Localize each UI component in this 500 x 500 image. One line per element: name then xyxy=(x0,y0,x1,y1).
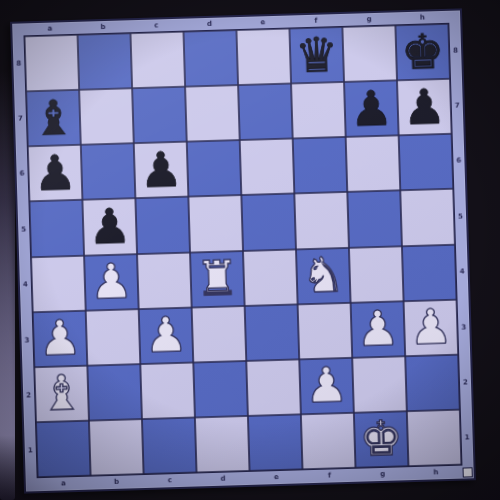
square-b7[interactable] xyxy=(79,88,134,145)
square-g3[interactable]: ♟ xyxy=(351,301,406,358)
rank-label-5: 5 xyxy=(454,189,467,245)
piece-white-rook[interactable]: ♜ xyxy=(195,253,239,302)
frame-corner xyxy=(449,10,460,22)
square-g1[interactable]: ♚ xyxy=(354,411,409,468)
square-a3[interactable]: ♟ xyxy=(33,310,88,367)
piece-white-bishop[interactable]: ♝ xyxy=(39,368,83,417)
piece-white-pawn[interactable]: ♟ xyxy=(304,360,348,409)
square-c6[interactable]: ♟ xyxy=(134,142,189,199)
square-e6[interactable] xyxy=(240,139,295,196)
rank-label-4: 4 xyxy=(456,244,469,300)
square-f1[interactable] xyxy=(301,413,356,470)
square-a5[interactable] xyxy=(29,200,84,257)
square-a6[interactable]: ♟ xyxy=(28,145,83,202)
file-label-g: g xyxy=(356,467,410,482)
square-g2[interactable] xyxy=(352,356,407,413)
square-g4[interactable] xyxy=(349,246,404,303)
square-g7[interactable]: ♟ xyxy=(344,80,399,137)
piece-white-pawn[interactable]: ♟ xyxy=(89,256,133,305)
square-f6[interactable] xyxy=(293,137,348,194)
square-e5[interactable] xyxy=(241,194,296,251)
square-d4[interactable]: ♜ xyxy=(190,251,245,308)
square-d6[interactable] xyxy=(187,140,242,197)
square-e1[interactable] xyxy=(248,414,303,471)
square-h2[interactable] xyxy=(405,354,460,411)
square-b4[interactable]: ♟ xyxy=(84,254,139,311)
square-c2[interactable] xyxy=(140,362,195,419)
square-d7[interactable] xyxy=(185,85,240,142)
square-c8[interactable] xyxy=(130,32,185,89)
square-g6[interactable] xyxy=(346,136,401,193)
piece-black-queen[interactable]: ♛ xyxy=(294,30,338,79)
square-f8[interactable]: ♛ xyxy=(289,27,344,84)
square-d2[interactable] xyxy=(193,361,248,418)
square-h4[interactable] xyxy=(402,244,457,301)
piece-white-king[interactable]: ♚ xyxy=(359,414,403,463)
square-f5[interactable] xyxy=(294,192,349,249)
square-b3[interactable] xyxy=(86,309,141,366)
square-b5[interactable]: ♟ xyxy=(82,199,137,256)
square-h3[interactable]: ♟ xyxy=(404,299,459,356)
rank-label-6: 6 xyxy=(453,133,466,189)
piece-black-king[interactable]: ♚ xyxy=(400,27,444,76)
chess-board: abcdefgh 87654321 ♛♚♝♟♟♟♟♟♟♜♞♟♟♟♟♝♟♚ 876… xyxy=(10,8,476,493)
side-to-move-indicator xyxy=(462,467,472,477)
file-label-a: a xyxy=(37,477,91,492)
square-c5[interactable] xyxy=(135,197,190,254)
file-label-c: c xyxy=(143,473,197,488)
rank-label-7: 7 xyxy=(451,78,464,134)
square-f2[interactable]: ♟ xyxy=(299,358,354,415)
square-b1[interactable] xyxy=(89,419,144,476)
board-frame: abcdefgh 87654321 ♛♚♝♟♟♟♟♟♟♜♞♟♟♟♟♝♟♚ 876… xyxy=(10,8,476,493)
square-a4[interactable] xyxy=(31,255,86,312)
square-b8[interactable] xyxy=(78,33,133,90)
file-label-f: f xyxy=(303,469,357,484)
board-squares: ♛♚♝♟♟♟♟♟♟♜♞♟♟♟♟♝♟♚ xyxy=(24,23,463,478)
square-f4[interactable]: ♞ xyxy=(296,247,351,304)
piece-white-knight[interactable]: ♞ xyxy=(301,250,345,299)
square-a8[interactable] xyxy=(25,35,80,92)
square-e7[interactable] xyxy=(238,84,293,141)
square-e4[interactable] xyxy=(243,249,298,306)
square-c4[interactable] xyxy=(137,252,192,309)
square-c1[interactable] xyxy=(142,417,197,474)
piece-black-bishop[interactable]: ♝ xyxy=(31,93,75,142)
square-g5[interactable] xyxy=(347,191,402,248)
square-g8[interactable] xyxy=(342,25,397,82)
square-f3[interactable] xyxy=(298,302,353,359)
file-label-h: h xyxy=(409,466,463,481)
piece-white-pawn[interactable]: ♟ xyxy=(144,310,188,359)
square-e8[interactable] xyxy=(236,29,291,86)
frame-corner xyxy=(12,23,23,35)
square-h1[interactable] xyxy=(407,410,462,467)
piece-black-pawn[interactable]: ♟ xyxy=(139,145,183,194)
frame-corner xyxy=(26,478,37,491)
square-b6[interactable] xyxy=(81,143,136,200)
square-h6[interactable] xyxy=(399,134,454,191)
piece-black-pawn[interactable]: ♟ xyxy=(349,83,393,132)
piece-black-pawn[interactable]: ♟ xyxy=(402,82,446,131)
file-label-d: d xyxy=(196,472,250,487)
square-e2[interactable] xyxy=(246,359,301,416)
file-label-b: b xyxy=(90,475,144,490)
square-c7[interactable] xyxy=(132,87,187,144)
rank-label-3: 3 xyxy=(458,299,471,355)
square-b2[interactable] xyxy=(87,364,142,421)
square-h7[interactable]: ♟ xyxy=(397,79,452,136)
square-c3[interactable]: ♟ xyxy=(139,307,194,364)
square-f7[interactable] xyxy=(291,82,346,139)
rank-label-1: 1 xyxy=(461,410,474,466)
piece-black-pawn[interactable]: ♟ xyxy=(87,201,131,250)
piece-white-pawn[interactable]: ♟ xyxy=(38,313,82,362)
square-a2[interactable]: ♝ xyxy=(34,365,89,422)
square-d8[interactable] xyxy=(183,30,238,87)
square-e3[interactable] xyxy=(245,304,300,361)
piece-white-pawn[interactable]: ♟ xyxy=(409,302,453,351)
piece-white-pawn[interactable]: ♟ xyxy=(356,304,400,353)
square-h5[interactable] xyxy=(400,189,455,246)
piece-black-pawn[interactable]: ♟ xyxy=(33,148,77,197)
square-d1[interactable] xyxy=(195,416,250,473)
square-d3[interactable] xyxy=(192,306,247,363)
square-a1[interactable] xyxy=(36,421,91,478)
rank-label-8: 8 xyxy=(449,22,462,78)
square-a7[interactable]: ♝ xyxy=(26,90,81,147)
rank-label-2: 2 xyxy=(459,355,472,411)
file-label-e: e xyxy=(250,470,304,485)
square-h8[interactable]: ♚ xyxy=(395,24,450,81)
square-d5[interactable] xyxy=(188,195,243,252)
